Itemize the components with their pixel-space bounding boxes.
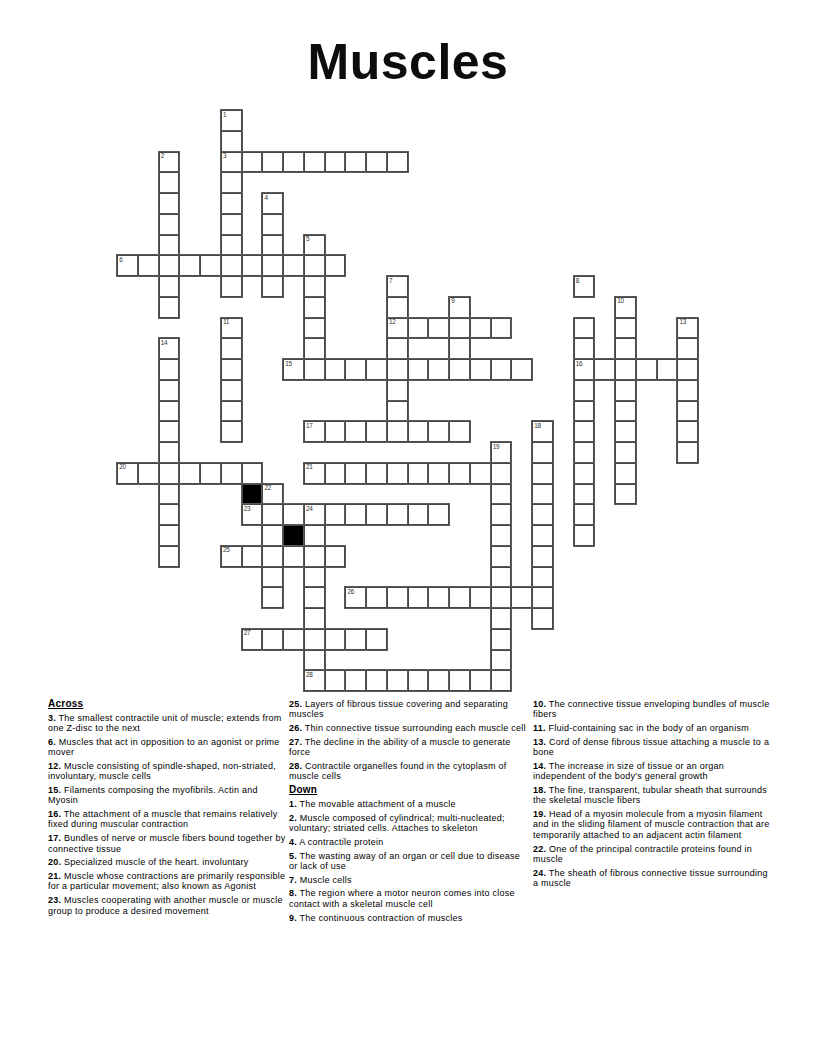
black-cell [283,525,304,546]
grid-cell[interactable]: 5 [304,235,325,256]
grid-cell[interactable] [636,359,657,380]
down-clue-19: 19. Head of a myosin molecule from a myo… [533,809,772,840]
grid-cell[interactable] [159,172,180,193]
grid-cell[interactable] [532,608,553,629]
grid-cell[interactable] [366,629,387,650]
grid-cell[interactable] [159,442,180,463]
grid-cell[interactable] [574,401,595,422]
grid-cell[interactable] [325,152,346,173]
down-clue-9: 9. The continuous contraction of muscles [289,913,528,923]
across-clues-header: Across [48,699,287,709]
down-clue-2: 2. Muscle composed of cylindrical; multi… [289,813,528,834]
puzzle-title: Muscles [0,33,816,91]
clue-number-label: 19 [493,443,500,451]
grid-cell[interactable] [304,318,325,339]
clue-number-label: 2 [161,152,164,160]
grid-cell[interactable] [574,463,595,484]
grid-cell[interactable] [574,318,595,339]
grid-cell[interactable]: 23 [242,504,263,525]
grid-cell[interactable] [532,504,553,525]
grid-cell[interactable] [325,504,346,525]
across-clue-21: 21. Muscle whose contractions are primar… [48,871,287,892]
grid-cell[interactable] [283,255,304,276]
grid-cell[interactable] [221,463,242,484]
grid-cell[interactable] [677,380,698,401]
grid-cell[interactable] [408,421,429,442]
grid-cell[interactable] [221,131,242,152]
grid-cell[interactable] [574,380,595,401]
grid-cell[interactable]: 6 [117,255,138,276]
grid-cell[interactable] [387,380,408,401]
grid-cell[interactable]: 20 [117,463,138,484]
grid-cell[interactable] [345,463,366,484]
grid-cell[interactable] [221,214,242,235]
grid-cell[interactable] [325,359,346,380]
grid-cell[interactable] [304,567,325,588]
grid-cell[interactable] [387,421,408,442]
down-clues-header: Down [289,785,528,795]
across-clue-16: 16. The attachment of a muscle that rema… [48,809,287,830]
clue-number: 10. [533,699,546,709]
clue-number: 20. [48,857,61,867]
grid-cell[interactable] [449,359,470,380]
grid-cell[interactable] [574,338,595,359]
grid-cell[interactable] [262,587,283,608]
clue-number-label: 4 [264,194,267,202]
across-clue-26: 26. Thin connective tissue surrounding e… [289,723,528,733]
clue-number: 28. [289,761,302,771]
grid-cell[interactable] [221,235,242,256]
grid-cell[interactable] [615,421,636,442]
grid-cell[interactable] [304,587,325,608]
grid-cell[interactable] [574,525,595,546]
grid-cell[interactable] [408,587,429,608]
grid-cell[interactable] [283,546,304,567]
down-clue-10: 10. The connective tissue enveloping bun… [533,699,772,720]
grid-cell[interactable] [408,463,429,484]
clue-number: 13. [533,737,546,747]
grid-cell[interactable]: 28 [304,670,325,691]
grid-cell[interactable] [491,587,512,608]
clue-number: 16. [48,809,61,819]
grid-cell[interactable] [532,567,553,588]
grid-cell[interactable] [449,421,470,442]
grid-cell[interactable] [491,525,512,546]
down-clue-5: 5. The wasting away of an organ or cell … [289,851,528,872]
grid-cell[interactable] [387,359,408,380]
grid-cell[interactable] [221,255,242,276]
grid-cell[interactable]: 10 [615,297,636,318]
grid-cell[interactable] [677,421,698,442]
clue-number: 24. [533,868,546,878]
down-clue-8: 8. The region where a motor neuron comes… [289,888,528,909]
grid-cell[interactable] [262,255,283,276]
clue-number-label: 22 [264,484,271,492]
clue-number-label: 24 [306,505,313,513]
grid-cell[interactable] [470,587,491,608]
across-clue-12: 12. Muscle consisting of spindle-shaped,… [48,761,287,782]
grid-cell[interactable] [511,359,532,380]
grid-cell[interactable] [262,567,283,588]
clue-number-label: 16 [576,360,583,368]
grid-cell[interactable] [428,504,449,525]
grid-cell[interactable] [262,235,283,256]
grid-cell[interactable] [159,214,180,235]
clue-number-label: 21 [306,463,313,471]
grid-cell[interactable] [449,587,470,608]
grid-cell[interactable] [387,587,408,608]
grid-cell[interactable]: 14 [159,338,180,359]
clue-number: 19. [533,809,546,819]
clue-number-label: 1 [223,111,226,119]
grid-cell[interactable] [491,359,512,380]
grid-cell[interactable]: 8 [574,276,595,297]
grid-cell[interactable] [491,504,512,525]
grid-cell[interactable] [491,567,512,588]
grid-cell[interactable] [532,546,553,567]
clue-number: 25. [289,699,302,709]
grid-cell[interactable] [221,193,242,214]
grid-cell[interactable]: 9 [449,297,470,318]
grid-cell[interactable]: 1 [221,110,242,131]
grid-cell[interactable] [325,421,346,442]
grid-cell[interactable] [262,504,283,525]
grid-cell[interactable] [387,401,408,422]
grid-cell[interactable] [574,442,595,463]
across-clue-17: 17. Bundles of nerve or muscle fibers bo… [48,833,287,854]
grid-cell[interactable] [532,587,553,608]
grid-cell[interactable] [677,338,698,359]
clue-number-label: 9 [451,297,454,305]
grid-cell[interactable] [345,152,366,173]
clue-number: 15. [48,785,61,795]
grid-cell[interactable] [574,421,595,442]
grid-cell[interactable] [262,152,283,173]
clue-number: 4. [289,837,297,847]
grid-cell[interactable]: 22 [262,484,283,505]
grid-cell[interactable]: 4 [262,193,283,214]
clue-number: 7. [289,875,297,885]
grid-cell[interactable] [345,629,366,650]
grid-cell[interactable] [221,276,242,297]
clue-number: 26. [289,723,302,733]
grid-cell[interactable]: 16 [574,359,595,380]
grid-cell[interactable] [408,670,429,691]
grid-cell[interactable] [491,484,512,505]
grid-cell[interactable] [304,297,325,318]
clue-number-label: 7 [389,277,392,285]
grid-cell[interactable] [428,359,449,380]
grid-cell[interactable] [159,484,180,505]
grid-cell[interactable] [325,255,346,276]
grid-cell[interactable] [345,359,366,380]
grid-cell[interactable] [304,608,325,629]
grid-cell[interactable] [262,214,283,235]
grid-cell[interactable] [159,359,180,380]
clue-number-label: 27 [244,629,251,637]
grid-cell[interactable] [428,318,449,339]
down-clue-22: 22. One of the principal contractile pro… [533,844,772,865]
grid-cell[interactable] [366,152,387,173]
grid-cell[interactable] [615,338,636,359]
across-clue-25: 25. Layers of fibrous tissue covering an… [289,699,528,720]
grid-cell[interactable] [200,255,221,276]
clue-number-label: 25 [223,546,230,554]
grid-cell[interactable] [221,359,242,380]
grid-cell[interactable]: 17 [304,421,325,442]
grid-cell[interactable] [366,587,387,608]
grid-cell[interactable] [615,318,636,339]
grid-cell[interactable]: 21 [304,463,325,484]
grid-cell[interactable] [159,504,180,525]
grid-cell[interactable] [221,338,242,359]
clue-number: 5. [289,851,297,861]
grid-cell[interactable] [387,670,408,691]
grid-cell[interactable] [304,546,325,567]
grid-cell[interactable] [491,650,512,671]
grid-cell[interactable] [387,463,408,484]
grid-cell[interactable] [242,546,263,567]
clue-number-label: 8 [576,277,579,285]
grid-cell[interactable] [325,670,346,691]
grid-cell[interactable] [408,504,429,525]
across-clue-6: 6. Muscles that act in opposition to an … [48,737,287,758]
grid-cell[interactable] [387,152,408,173]
grid-cell[interactable] [366,421,387,442]
grid-cell[interactable] [283,629,304,650]
clue-number-label: 17 [306,422,313,430]
grid-cell[interactable]: 3 [221,152,242,173]
grid-cell[interactable] [159,235,180,256]
grid-cell[interactable]: 27 [242,629,263,650]
across-clue-27: 27. The decline in the ability of a musc… [289,737,528,758]
clue-number-label: 11 [223,318,229,326]
clue-number-label: 23 [244,505,251,513]
clue-number-label: 20 [119,463,126,471]
clue-column-2: 25. Layers of fibrous tissue covering an… [289,699,528,926]
grid-cell[interactable] [159,380,180,401]
grid-cell[interactable] [449,338,470,359]
grid-cell[interactable] [221,172,242,193]
clue-number-label: 26 [347,588,354,596]
grid-cell[interactable] [325,546,346,567]
grid-cell[interactable]: 19 [491,442,512,463]
grid-cell[interactable] [491,318,512,339]
grid-cell[interactable] [387,504,408,525]
grid-cell[interactable] [532,463,553,484]
grid-cell[interactable] [491,546,512,567]
grid-cell[interactable] [179,463,200,484]
grid-cell[interactable] [221,380,242,401]
grid-cell[interactable] [304,276,325,297]
grid-cell[interactable] [615,484,636,505]
grid-cell[interactable] [138,255,159,276]
clue-number: 17. [48,833,61,843]
grid-cell[interactable] [615,401,636,422]
grid-cell[interactable] [159,401,180,422]
grid-cell[interactable]: 26 [345,587,366,608]
clue-number: 14. [533,761,546,771]
grid-cell[interactable] [615,359,636,380]
grid-cell[interactable]: 24 [304,504,325,525]
clue-number-label: 28 [306,671,313,679]
grid-cell[interactable]: 15 [283,359,304,380]
grid-cell[interactable] [242,255,263,276]
grid-cell[interactable] [242,463,263,484]
grid-cell[interactable] [491,629,512,650]
clue-number: 22. [533,844,546,854]
grid-cell[interactable] [532,484,553,505]
grid-cell[interactable]: 25 [221,546,242,567]
grid-cell[interactable] [594,359,615,380]
grid-cell[interactable] [304,255,325,276]
grid-cell[interactable] [491,608,512,629]
grid-cell[interactable] [283,152,304,173]
grid-cell[interactable] [677,359,698,380]
down-clue-11: 11. Fluid-containing sac in the body of … [533,723,772,733]
grid-cell[interactable] [677,401,698,422]
grid-cell[interactable] [366,670,387,691]
down-clue-7: 7. Muscle cells [289,875,528,885]
clue-number-label: 5 [306,235,309,243]
down-clue-1: 1. The movable attachment of a muscle [289,799,528,809]
grid-cell[interactable] [574,484,595,505]
clue-number: 23. [48,895,61,905]
clue-number-label: 3 [223,152,226,160]
grid-cell[interactable] [491,670,512,691]
grid-cell[interactable] [366,463,387,484]
grid-cell[interactable] [470,359,491,380]
down-clue-14: 14. The increase in size of tissue or an… [533,761,772,782]
grid-cell[interactable] [449,670,470,691]
black-cell [242,484,263,505]
clue-number: 21. [48,871,61,881]
grid-cell[interactable] [262,629,283,650]
clue-number: 18. [533,785,546,795]
grid-cell[interactable] [159,193,180,214]
grid-cell[interactable] [366,504,387,525]
grid-cell[interactable] [159,525,180,546]
across-clue-20: 20. Specialized muscle of the heart. inv… [48,857,287,867]
grid-cell[interactable]: 2 [159,152,180,173]
grid-cell[interactable] [470,318,491,339]
grid-cell[interactable] [304,525,325,546]
across-clue-3: 3. The smallest contractile unit of musc… [48,713,287,734]
across-clue-23: 23. Muscles cooperating with another mus… [48,895,287,916]
grid-cell[interactable] [615,463,636,484]
down-clue-18: 18. The fine, transparent, tubular sheat… [533,785,772,806]
down-clue-13: 13. Cord of dense fibrous tissue attachi… [533,737,772,758]
grid-cell[interactable] [304,152,325,173]
grid-cell[interactable] [345,504,366,525]
down-clue-24: 24. The sheath of fibrous connective tis… [533,868,772,889]
grid-cell[interactable] [428,587,449,608]
grid-cell[interactable] [345,670,366,691]
clue-number-label: 6 [119,256,122,264]
grid-cell[interactable] [304,650,325,671]
grid-cell[interactable] [304,629,325,650]
grid-cell[interactable] [179,255,200,276]
grid-cell[interactable] [325,629,346,650]
grid-cell[interactable] [574,504,595,525]
grid-cell[interactable] [387,338,408,359]
clue-number: 6. [48,737,56,747]
grid-cell[interactable] [304,359,325,380]
grid-cell[interactable] [159,255,180,276]
grid-cell[interactable] [221,421,242,442]
clue-number: 1. [289,799,297,809]
grid-cell[interactable] [491,463,512,484]
grid-cell[interactable] [408,359,429,380]
grid-cell[interactable]: 13 [677,318,698,339]
grid-cell[interactable]: 11 [221,318,242,339]
clue-column-3: 10. The connective tissue enveloping bun… [533,699,772,892]
grid-cell[interactable] [615,380,636,401]
grid-cell[interactable]: 18 [532,421,553,442]
clue-number-label: 15 [285,360,292,368]
grid-cell[interactable] [387,297,408,318]
grid-cell[interactable] [262,525,283,546]
grid-cell[interactable] [470,463,491,484]
clue-number-label: 10 [617,297,624,305]
grid-cell[interactable] [449,463,470,484]
grid-cell[interactable] [159,297,180,318]
grid-cell[interactable] [428,463,449,484]
clue-number-label: 13 [679,318,686,326]
across-clue-15: 15. Filaments composing the myofibrils. … [48,785,287,806]
grid-cell[interactable] [470,670,491,691]
grid-cell[interactable] [677,442,698,463]
clue-number: 9. [289,913,297,923]
grid-cell[interactable] [345,421,366,442]
grid-cell[interactable] [408,318,429,339]
grid-cell[interactable] [615,442,636,463]
grid-cell[interactable] [304,338,325,359]
grid-cell[interactable] [262,546,283,567]
clue-number: 11. [533,723,546,733]
grid-cell[interactable] [511,587,532,608]
grid-cell[interactable] [200,463,221,484]
crossword-grid: 1234567891011121314151617181920212223242… [117,110,698,691]
grid-cell[interactable] [428,421,449,442]
grid-cell[interactable] [532,442,553,463]
grid-cell[interactable] [449,318,470,339]
clue-number: 12. [48,761,61,771]
grid-cell[interactable]: 7 [387,276,408,297]
clue-number: 27. [289,737,302,747]
grid-cell[interactable] [366,359,387,380]
clue-number: 8. [289,888,297,898]
grid-cell[interactable] [428,670,449,691]
grid-cell[interactable] [159,276,180,297]
grid-cell[interactable] [283,504,304,525]
clue-number-label: 18 [534,422,541,430]
grid-cell[interactable] [159,463,180,484]
grid-cell[interactable] [262,276,283,297]
clue-number-label: 12 [389,318,396,326]
grid-cell[interactable] [159,421,180,442]
grid-cell[interactable] [242,152,263,173]
down-clue-4: 4. A contractile protein [289,837,528,847]
grid-cell[interactable] [532,525,553,546]
grid-cell[interactable] [657,359,678,380]
grid-cell[interactable] [221,401,242,422]
grid-cell[interactable] [138,463,159,484]
grid-cell[interactable]: 12 [387,318,408,339]
grid-cell[interactable] [159,546,180,567]
grid-cell[interactable] [325,463,346,484]
clue-number-label: 14 [161,339,168,347]
